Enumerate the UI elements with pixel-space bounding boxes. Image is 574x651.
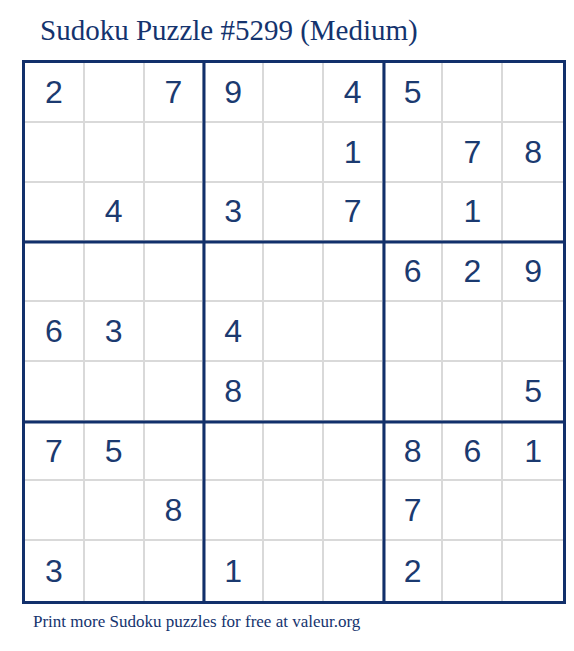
sudoku-cell-r9c3 — [145, 541, 205, 601]
sudoku-cell-r7c4 — [204, 422, 264, 482]
sudoku-cell-r6c2 — [85, 362, 145, 422]
sudoku-cell-r2c9: 8 — [503, 123, 563, 183]
footer-text: Print more Sudoku puzzles for free at va… — [33, 612, 360, 632]
sudoku-cell-r2c4 — [204, 123, 264, 183]
sudoku-cell-r1c1: 2 — [25, 63, 85, 123]
sudoku-cell-r6c7 — [384, 362, 444, 422]
sudoku-cell-r2c2 — [85, 123, 145, 183]
sudoku-cell-r6c6 — [324, 362, 384, 422]
sudoku-cell-r9c1: 3 — [25, 541, 85, 601]
sudoku-cell-r2c8: 7 — [443, 123, 503, 183]
sudoku-cell-r8c6 — [324, 481, 384, 541]
sudoku-cell-r1c9 — [503, 63, 563, 123]
sudoku-cell-r3c8: 1 — [443, 183, 503, 243]
sudoku-cell-r3c6: 7 — [324, 183, 384, 243]
sudoku-cell-r7c3 — [145, 422, 205, 482]
sudoku-cell-r7c1: 7 — [25, 422, 85, 482]
sudoku-cell-r2c1 — [25, 123, 85, 183]
sudoku-cell-r4c9: 9 — [503, 242, 563, 302]
sudoku-cell-r6c3 — [145, 362, 205, 422]
sudoku-cell-r2c3 — [145, 123, 205, 183]
sudoku-cell-r5c2: 3 — [85, 302, 145, 362]
sudoku-cell-r7c7: 8 — [384, 422, 444, 482]
sudoku-cell-r3c4: 3 — [204, 183, 264, 243]
sudoku-cell-r6c1 — [25, 362, 85, 422]
sudoku-cell-r1c8 — [443, 63, 503, 123]
sudoku-cell-r8c7: 7 — [384, 481, 444, 541]
sudoku-cell-r5c6 — [324, 302, 384, 362]
sudoku-cell-r8c9 — [503, 481, 563, 541]
sudoku-cell-r4c1 — [25, 242, 85, 302]
sudoku-cell-r9c9 — [503, 541, 563, 601]
sudoku-cell-r6c4: 8 — [204, 362, 264, 422]
sudoku-cell-r3c3 — [145, 183, 205, 243]
sudoku-cell-r4c8: 2 — [443, 242, 503, 302]
sudoku-cell-r1c6: 4 — [324, 63, 384, 123]
sudoku-cell-r8c3: 8 — [145, 481, 205, 541]
sudoku-cell-r6c5 — [264, 362, 324, 422]
sudoku-cell-r1c4: 9 — [204, 63, 264, 123]
sudoku-cell-r9c6 — [324, 541, 384, 601]
sudoku-cell-r4c6 — [324, 242, 384, 302]
sudoku-cell-r1c2 — [85, 63, 145, 123]
sudoku-cell-r5c5 — [264, 302, 324, 362]
sudoku-cell-r2c5 — [264, 123, 324, 183]
sudoku-cell-r5c4: 4 — [204, 302, 264, 362]
sudoku-cell-r8c2 — [85, 481, 145, 541]
sudoku-cell-r4c7: 6 — [384, 242, 444, 302]
sudoku-cell-r7c8: 6 — [443, 422, 503, 482]
sudoku-cell-r4c3 — [145, 242, 205, 302]
page-title: Sudoku Puzzle #5299 (Medium) — [40, 14, 418, 47]
sudoku-cell-r3c1 — [25, 183, 85, 243]
box-separator-horizontal-2 — [25, 420, 563, 423]
sudoku-cell-r5c9 — [503, 302, 563, 362]
box-separator-vertical-2 — [382, 63, 385, 601]
sudoku-cell-r5c7 — [384, 302, 444, 362]
sudoku-cell-r1c7: 5 — [384, 63, 444, 123]
sudoku-cell-r7c6 — [324, 422, 384, 482]
sudoku-cell-r7c9: 1 — [503, 422, 563, 482]
sudoku-grid: 279451784371629634857586187312 — [25, 63, 563, 601]
sudoku-cell-r4c4 — [204, 242, 264, 302]
sudoku-cell-r6c9: 5 — [503, 362, 563, 422]
sudoku-cell-r1c5 — [264, 63, 324, 123]
sudoku-cell-r9c7: 2 — [384, 541, 444, 601]
sudoku-cell-r3c9 — [503, 183, 563, 243]
sudoku-cell-r3c7 — [384, 183, 444, 243]
sudoku-cell-r8c4 — [204, 481, 264, 541]
sudoku-cell-r9c5 — [264, 541, 324, 601]
sudoku-cell-r5c1: 6 — [25, 302, 85, 362]
sudoku-cell-r7c5 — [264, 422, 324, 482]
sudoku-cell-r6c8 — [443, 362, 503, 422]
sudoku-cell-r8c1 — [25, 481, 85, 541]
sudoku-print-page: Sudoku Puzzle #5299 (Medium) 27945178437… — [0, 0, 574, 651]
sudoku-cell-r3c2: 4 — [85, 183, 145, 243]
sudoku-cell-r9c2 — [85, 541, 145, 601]
sudoku-cell-r2c7 — [384, 123, 444, 183]
box-separator-vertical-1 — [203, 63, 206, 601]
sudoku-cell-r3c5 — [264, 183, 324, 243]
sudoku-cell-r8c8 — [443, 481, 503, 541]
sudoku-cell-r5c8 — [443, 302, 503, 362]
sudoku-cell-r5c3 — [145, 302, 205, 362]
sudoku-cell-r7c2: 5 — [85, 422, 145, 482]
sudoku-board: 279451784371629634857586187312 — [22, 60, 566, 604]
sudoku-cell-r2c6: 1 — [324, 123, 384, 183]
sudoku-cell-r1c3: 7 — [145, 63, 205, 123]
sudoku-cell-r4c2 — [85, 242, 145, 302]
sudoku-cell-r9c4: 1 — [204, 541, 264, 601]
box-separator-horizontal-1 — [25, 241, 563, 244]
sudoku-cell-r9c8 — [443, 541, 503, 601]
sudoku-cell-r8c5 — [264, 481, 324, 541]
sudoku-cell-r4c5 — [264, 242, 324, 302]
